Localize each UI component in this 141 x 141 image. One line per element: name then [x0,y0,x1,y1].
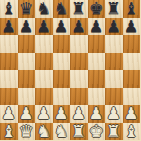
piece-white-pawn[interactable]: ♟ [53,105,71,123]
piece-black-pawn[interactable]: ♟ [0,18,18,36]
square-c8[interactable]: ♞ [35,0,53,18]
square-e3[interactable] [70,88,88,106]
square-f3[interactable] [88,88,106,106]
piece-white-rook[interactable]: ♜ [70,123,88,141]
square-h6[interactable] [123,35,141,53]
square-h2[interactable]: ♟ [123,105,141,123]
piece-white-pawn[interactable]: ♟ [35,105,53,123]
square-f4[interactable] [88,70,106,88]
piece-black-bishop[interactable]: ♝ [123,0,141,18]
piece-white-pawn[interactable]: ♟ [70,105,88,123]
piece-black-knight[interactable]: ♞ [53,0,71,18]
square-e1[interactable]: ♜ [70,123,88,141]
square-b1[interactable]: ♛ [18,123,36,141]
square-g1[interactable]: ♜ [105,123,123,141]
square-d4[interactable] [53,70,71,88]
piece-black-pawn[interactable]: ♟ [70,18,88,36]
square-c6[interactable] [35,35,53,53]
chess-board: ♝♛♞♞♜♚♜♝♟♟♟♟♟♟♟♟♟♟♟♟♟♟♟♟♝♛♞♞♜♚♜♝ [0,0,140,140]
square-h4[interactable] [123,70,141,88]
square-g7[interactable]: ♟ [105,18,123,36]
square-g5[interactable] [105,53,123,71]
square-a3[interactable] [0,88,18,106]
square-c5[interactable] [35,53,53,71]
piece-white-queen[interactable]: ♛ [18,123,36,141]
piece-white-bishop[interactable]: ♝ [0,123,18,141]
square-d7[interactable]: ♟ [53,18,71,36]
piece-black-queen[interactable]: ♛ [18,0,36,18]
square-e6[interactable] [70,35,88,53]
square-e2[interactable]: ♟ [70,105,88,123]
square-e4[interactable] [70,70,88,88]
square-e5[interactable] [70,53,88,71]
piece-black-pawn[interactable]: ♟ [105,18,123,36]
square-g4[interactable] [105,70,123,88]
square-f1[interactable]: ♚ [88,123,106,141]
square-b8[interactable]: ♛ [18,0,36,18]
square-g2[interactable]: ♟ [105,105,123,123]
square-a8[interactable]: ♝ [0,0,18,18]
square-c4[interactable] [35,70,53,88]
square-f6[interactable] [88,35,106,53]
piece-black-pawn[interactable]: ♟ [88,18,106,36]
square-d3[interactable] [53,88,71,106]
square-a1[interactable]: ♝ [0,123,18,141]
square-b5[interactable] [18,53,36,71]
square-b2[interactable]: ♟ [18,105,36,123]
square-f2[interactable]: ♟ [88,105,106,123]
piece-white-pawn[interactable]: ♟ [18,105,36,123]
piece-black-rook[interactable]: ♜ [105,0,123,18]
square-h5[interactable] [123,53,141,71]
square-a2[interactable]: ♟ [0,105,18,123]
square-f5[interactable] [88,53,106,71]
square-c1[interactable]: ♞ [35,123,53,141]
square-b3[interactable] [18,88,36,106]
piece-black-pawn[interactable]: ♟ [35,18,53,36]
square-c2[interactable]: ♟ [35,105,53,123]
piece-white-knight[interactable]: ♞ [35,123,53,141]
square-c7[interactable]: ♟ [35,18,53,36]
piece-white-king[interactable]: ♚ [88,123,106,141]
square-b7[interactable]: ♟ [18,18,36,36]
square-d2[interactable]: ♟ [53,105,71,123]
piece-black-rook[interactable]: ♜ [70,0,88,18]
piece-white-pawn[interactable]: ♟ [88,105,106,123]
piece-white-pawn[interactable]: ♟ [123,105,141,123]
square-h8[interactable]: ♝ [123,0,141,18]
square-a5[interactable] [0,53,18,71]
square-h7[interactable]: ♟ [123,18,141,36]
square-f8[interactable]: ♚ [88,0,106,18]
piece-black-pawn[interactable]: ♟ [18,18,36,36]
square-d6[interactable] [53,35,71,53]
piece-black-pawn[interactable]: ♟ [123,18,141,36]
square-c3[interactable] [35,88,53,106]
square-d5[interactable] [53,53,71,71]
square-h3[interactable] [123,88,141,106]
square-a4[interactable] [0,70,18,88]
square-d8[interactable]: ♞ [53,0,71,18]
square-a6[interactable] [0,35,18,53]
piece-black-king[interactable]: ♚ [88,0,106,18]
piece-white-pawn[interactable]: ♟ [0,105,18,123]
piece-black-bishop[interactable]: ♝ [0,0,18,18]
piece-white-rook[interactable]: ♜ [105,123,123,141]
piece-white-bishop[interactable]: ♝ [123,123,141,141]
square-d1[interactable]: ♞ [53,123,71,141]
square-g3[interactable] [105,88,123,106]
piece-white-knight[interactable]: ♞ [53,123,71,141]
square-a7[interactable]: ♟ [0,18,18,36]
square-e8[interactable]: ♜ [70,0,88,18]
square-f7[interactable]: ♟ [88,18,106,36]
piece-black-pawn[interactable]: ♟ [53,18,71,36]
square-e7[interactable]: ♟ [70,18,88,36]
square-g8[interactable]: ♜ [105,0,123,18]
square-b6[interactable] [18,35,36,53]
piece-black-knight[interactable]: ♞ [35,0,53,18]
piece-white-pawn[interactable]: ♟ [105,105,123,123]
square-b4[interactable] [18,70,36,88]
square-h1[interactable]: ♝ [123,123,141,141]
square-g6[interactable] [105,35,123,53]
